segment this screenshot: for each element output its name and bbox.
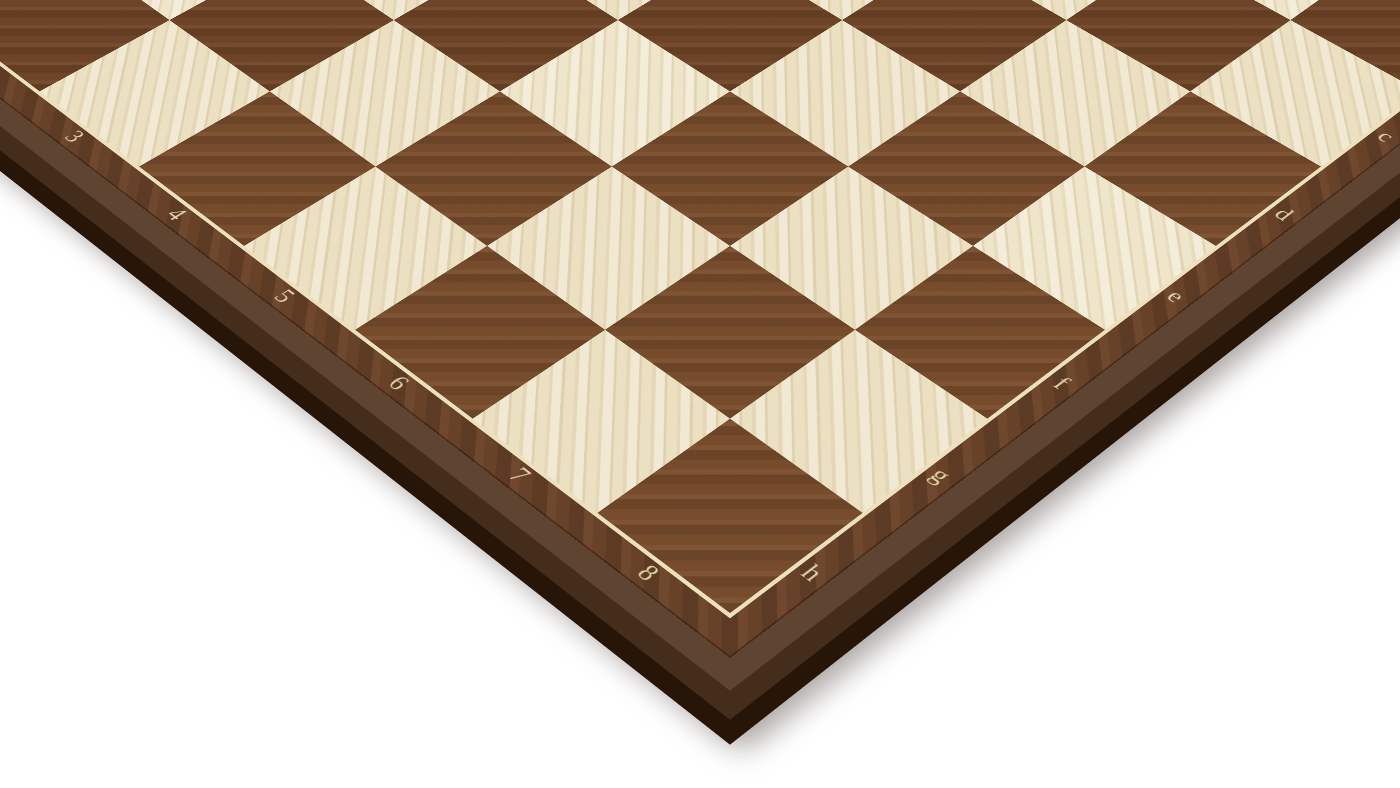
chessboard-product-photo: 345678cdefgh [0,0,1400,788]
